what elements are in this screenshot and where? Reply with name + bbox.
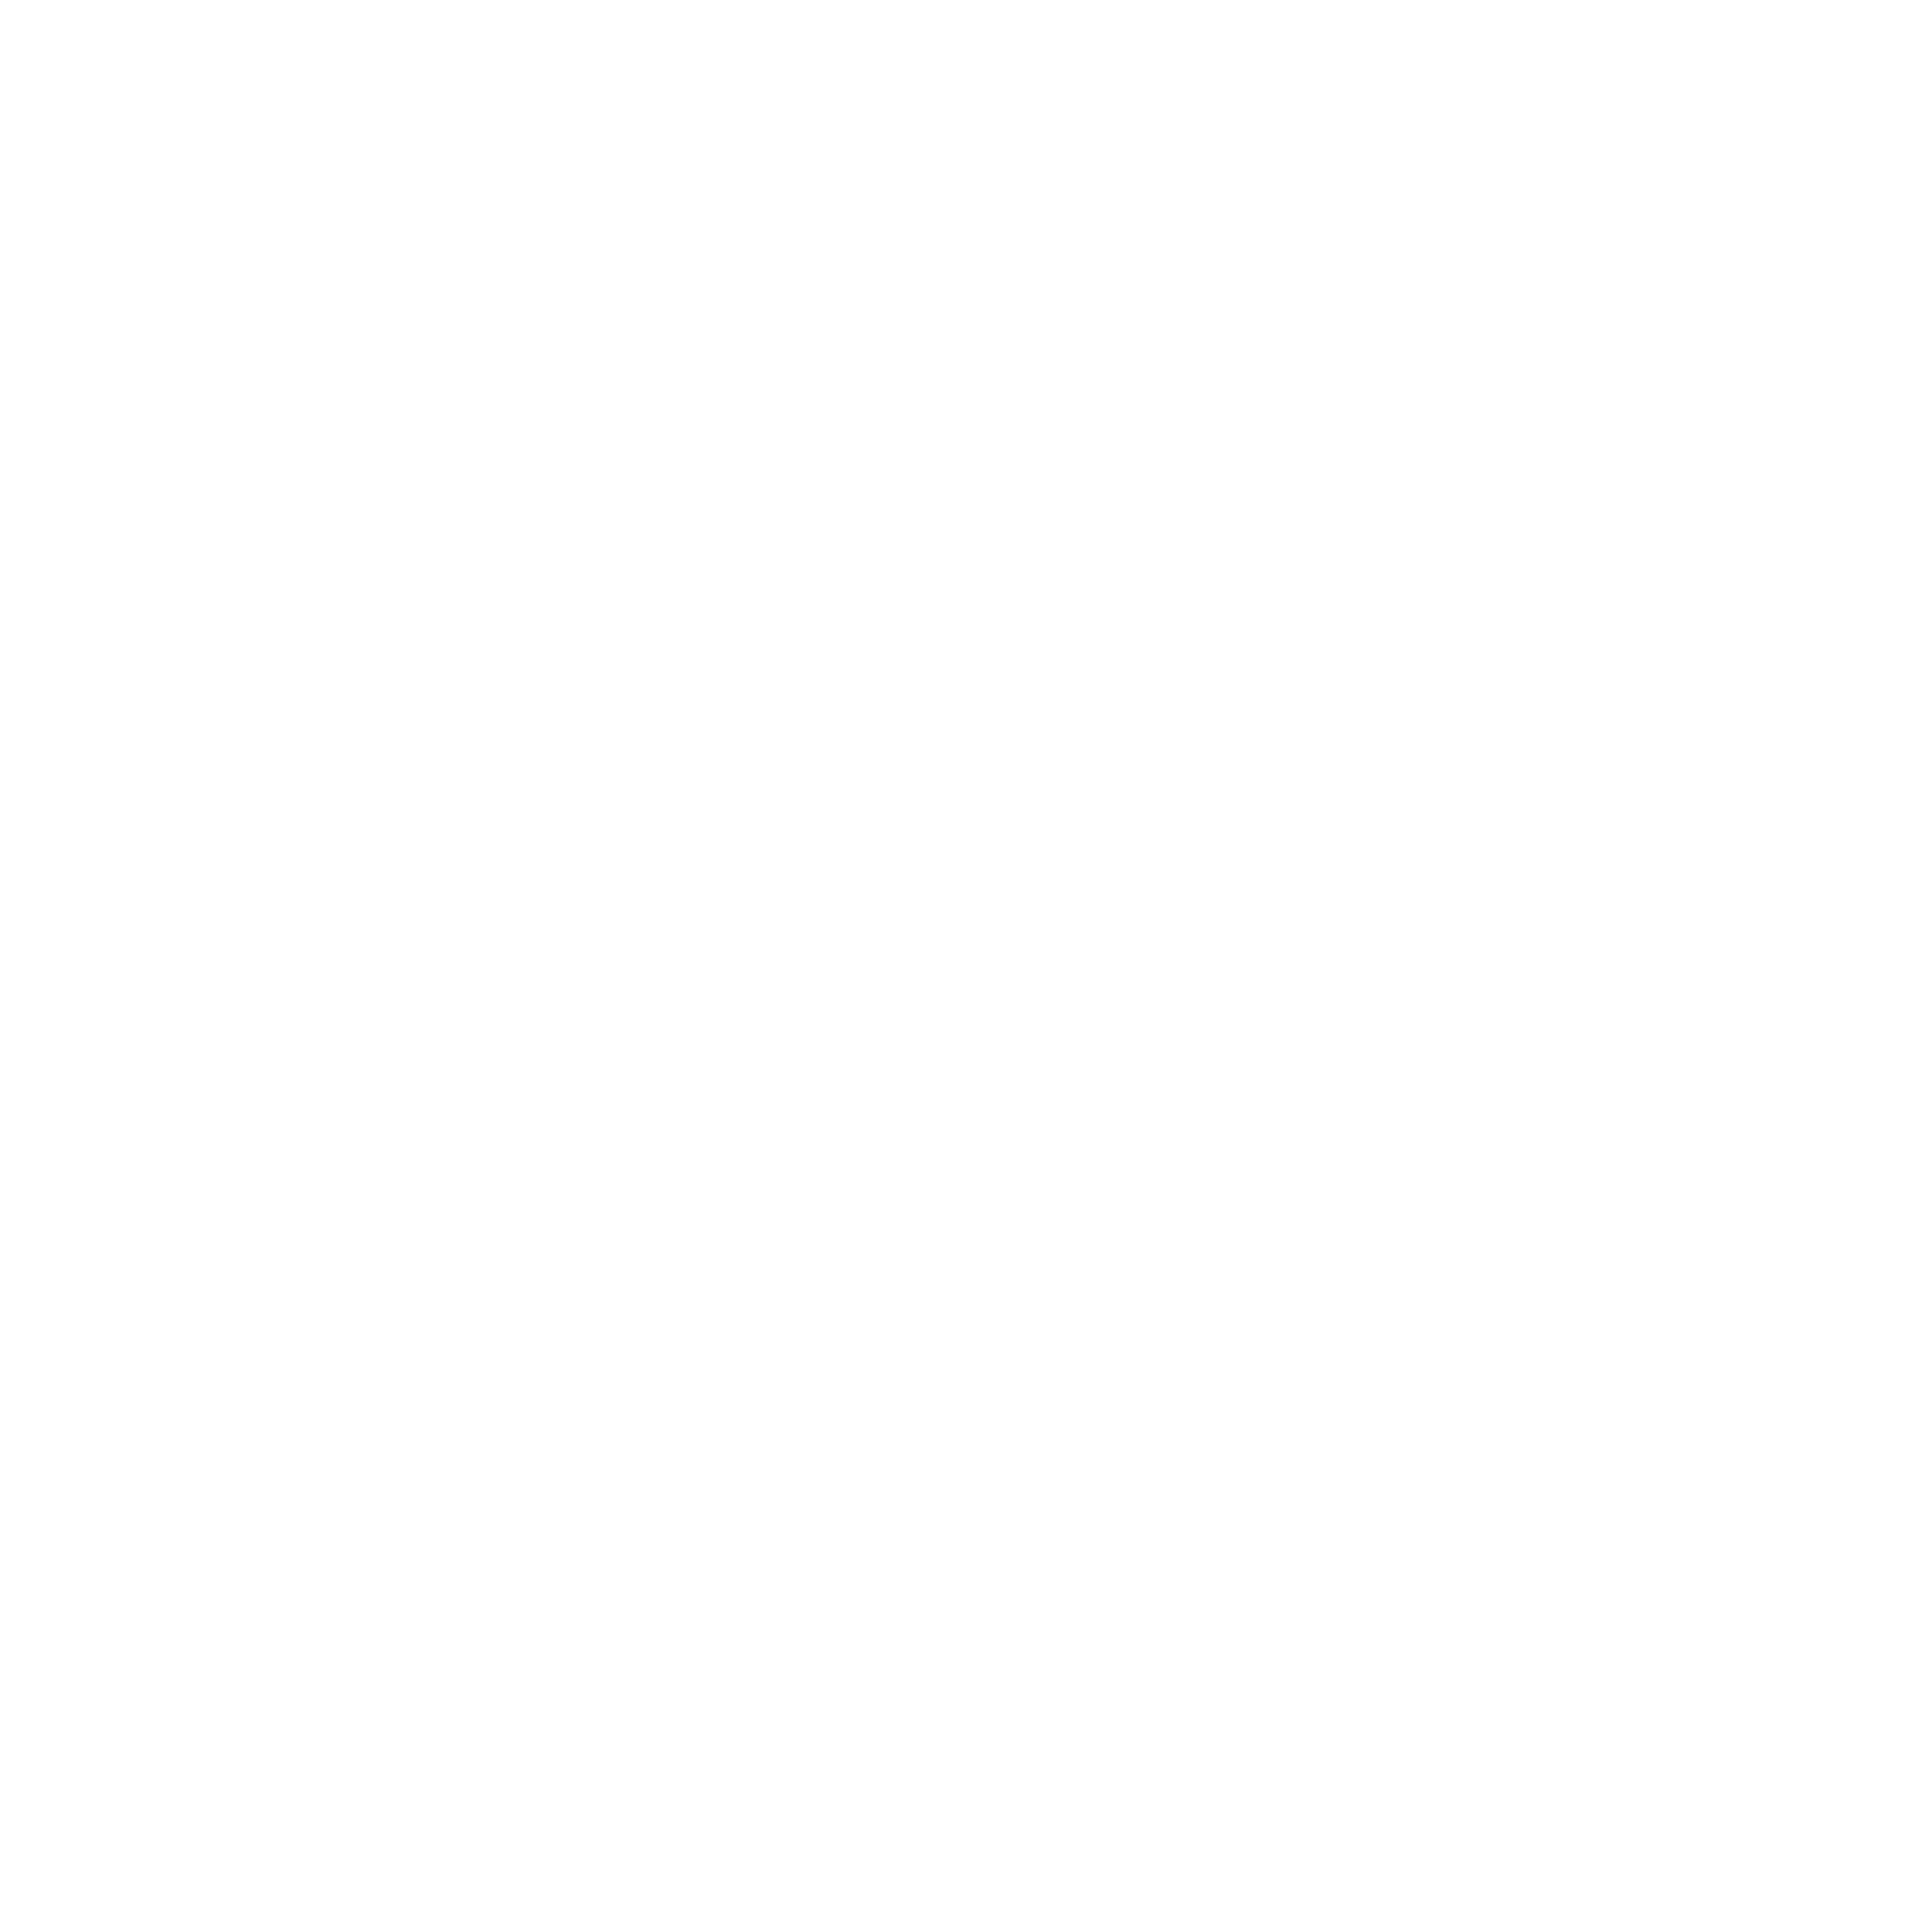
chessboard-photo (0, 0, 1932, 1932)
board-front-edge (145, 1236, 1787, 1315)
board-top-face (145, 672, 1787, 1237)
